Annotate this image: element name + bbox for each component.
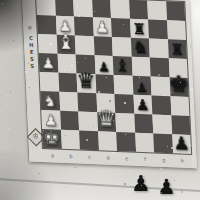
board-square[interactable] — [78, 111, 97, 131]
board-square[interactable] — [61, 130, 80, 150]
board-square[interactable] — [95, 74, 114, 94]
board-square[interactable] — [151, 76, 170, 96]
board-square[interactable] — [129, 0, 148, 19]
chess-piece-white-king[interactable]: ♚ — [43, 128, 61, 148]
captured-piece-black-pawn[interactable]: ♟ — [157, 177, 176, 198]
board-square[interactable] — [134, 114, 153, 134]
board-square[interactable] — [115, 113, 134, 133]
board-square[interactable] — [153, 133, 172, 153]
chess-piece-black-pawn[interactable]: ♟ — [173, 134, 190, 153]
file-label: f — [136, 154, 155, 165]
noise-speck — [10, 139, 11, 140]
chess-piece-black-knight[interactable]: ♞ — [132, 39, 148, 57]
board-square[interactable] — [112, 37, 131, 57]
board-square[interactable] — [150, 57, 169, 77]
chess-piece-black-king[interactable]: ♚ — [168, 73, 189, 96]
noise-speck — [8, 128, 9, 129]
file-label: d — [99, 152, 118, 163]
board-square[interactable] — [152, 95, 171, 115]
board-square[interactable] — [170, 96, 189, 116]
chess-piece-black-bishop[interactable]: ♝ — [114, 57, 130, 75]
photo-corner-shadow — [0, 0, 90, 80]
chess-piece-white-knight[interactable]: ♞ — [42, 93, 57, 110]
board-square[interactable] — [79, 130, 98, 150]
chess-piece-black-pawn[interactable]: ♟ — [98, 60, 110, 73]
captured-piece-black-pawn[interactable]: ♟ — [131, 173, 151, 195]
chess-piece-black-pawn[interactable]: ♟ — [136, 98, 150, 114]
board-square[interactable] — [166, 1, 185, 21]
file-label: g — [154, 154, 173, 165]
chessboard-photo: ® CHESS ♔ abcdefgh ♟♟♜♝♞♜♟♟♝♛♟♚♞♟♟♛♚♟ ♟♟ — [0, 0, 200, 200]
board-square[interactable] — [148, 19, 167, 39]
board-square[interactable] — [152, 114, 171, 134]
board-square[interactable] — [114, 94, 133, 114]
board-square[interactable] — [111, 18, 130, 38]
board-square[interactable] — [92, 0, 111, 18]
board-square[interactable] — [110, 0, 129, 19]
chess-piece-black-rook[interactable]: ♜ — [170, 42, 184, 58]
noise-speck — [7, 105, 8, 106]
file-label: b — [62, 151, 81, 162]
board-square[interactable] — [98, 131, 117, 151]
file-label: h — [173, 155, 192, 166]
photo-corner-shadow-bottom — [0, 150, 60, 200]
board-square[interactable] — [59, 92, 78, 112]
board-square[interactable] — [131, 57, 150, 77]
board-square[interactable] — [114, 75, 133, 95]
file-label: e — [117, 153, 136, 164]
board-square[interactable] — [60, 111, 79, 131]
board-square[interactable] — [77, 92, 96, 112]
chess-piece-white-queen[interactable]: ♛ — [95, 107, 117, 131]
board-square[interactable] — [93, 36, 112, 56]
chess-piece-white-pawn[interactable]: ♟ — [95, 19, 110, 36]
board-square[interactable] — [116, 132, 135, 152]
board-square[interactable] — [147, 0, 166, 20]
noise-speck — [10, 91, 11, 92]
chess-piece-black-pawn[interactable]: ♟ — [136, 81, 148, 94]
noise-speck — [7, 95, 8, 96]
board-square[interactable] — [149, 38, 168, 58]
noise-speck — [10, 145, 11, 146]
board-square[interactable] — [167, 20, 186, 40]
file-label: c — [80, 151, 99, 162]
board-square[interactable] — [135, 133, 154, 153]
chess-piece-black-rook[interactable]: ♜ — [132, 22, 146, 38]
